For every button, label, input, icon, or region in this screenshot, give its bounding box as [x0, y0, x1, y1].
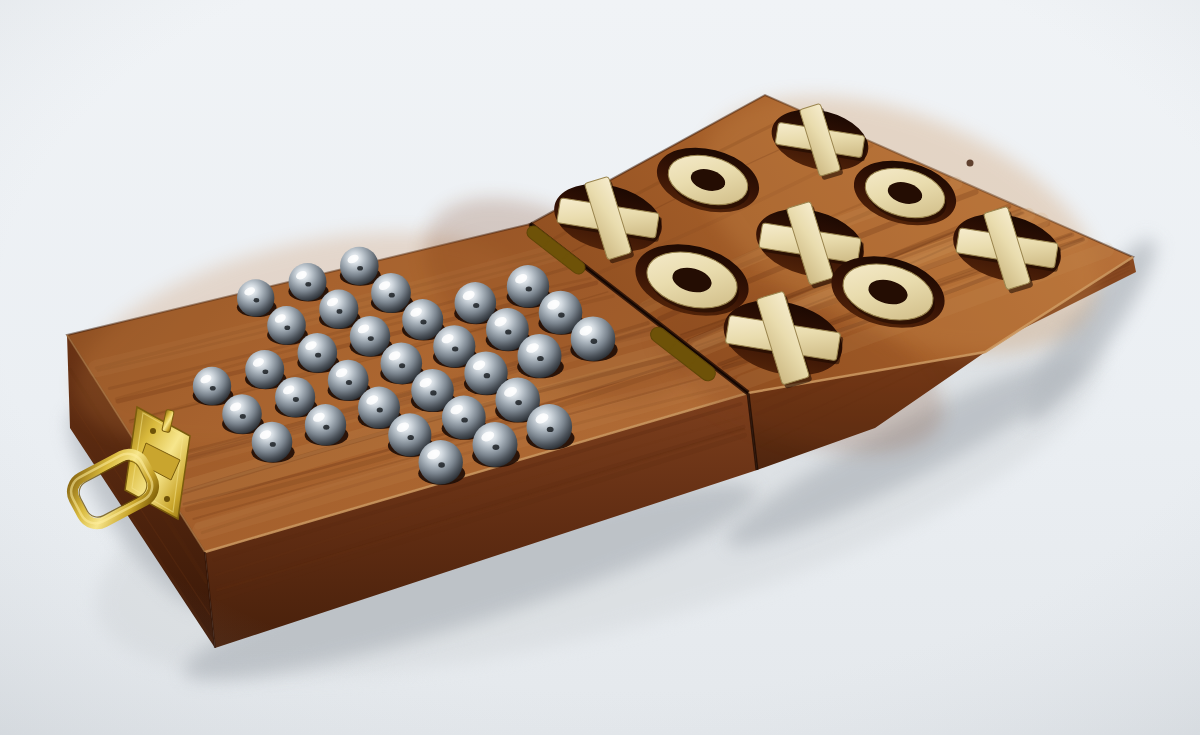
photo-vignette [0, 0, 1200, 735]
photo-stage: Angled overhead photo of an open hinged … [0, 0, 1200, 735]
game-box-photo [0, 0, 1200, 735]
